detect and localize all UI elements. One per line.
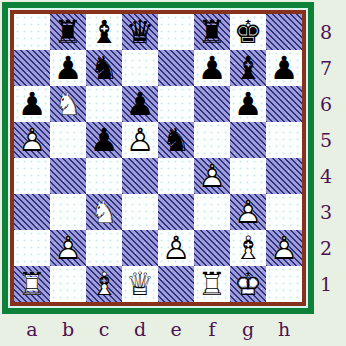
square-a3[interactable] — [14, 194, 50, 230]
chess-board: ♜♝♛♜♚♟♞♟♝♟♟♘♟♟♙♟♙♞♙♘♙♙♙♗♙♖♗♕♖♔ — [14, 14, 302, 302]
square-c1[interactable]: ♗ — [86, 266, 122, 302]
chess-diagram: ♜♝♛♜♚♟♞♟♝♟♟♘♟♟♙♟♙♞♙♘♙♙♙♗♙♖♗♕♖♔ 87654321 … — [0, 0, 346, 346]
square-d3[interactable] — [122, 194, 158, 230]
square-a5[interactable]: ♙ — [14, 122, 50, 158]
white-king-g1[interactable]: ♔ — [230, 266, 266, 302]
black-pawn-a6[interactable]: ♟ — [14, 86, 50, 122]
square-b1[interactable] — [50, 266, 86, 302]
square-h2[interactable]: ♙ — [266, 230, 302, 266]
square-c2[interactable] — [86, 230, 122, 266]
white-rook-a1[interactable]: ♖ — [14, 266, 50, 302]
square-c3[interactable]: ♘ — [86, 194, 122, 230]
square-h6[interactable] — [266, 86, 302, 122]
square-g3[interactable]: ♙ — [230, 194, 266, 230]
square-e6[interactable] — [158, 86, 194, 122]
rank-label-3: 3 — [312, 194, 340, 230]
rank-label-4: 4 — [312, 158, 340, 194]
square-d4[interactable] — [122, 158, 158, 194]
square-d1[interactable]: ♕ — [122, 266, 158, 302]
square-h7[interactable]: ♟ — [266, 50, 302, 86]
rank-label-1: 1 — [312, 266, 340, 302]
square-g5[interactable] — [230, 122, 266, 158]
square-b6[interactable]: ♘ — [50, 86, 86, 122]
maroon-board-border: ♜♝♛♜♚♟♞♟♝♟♟♘♟♟♙♟♙♞♙♘♙♙♙♗♙♖♗♕♖♔ — [10, 10, 306, 306]
square-f2[interactable] — [194, 230, 230, 266]
white-bishop-c1[interactable]: ♗ — [86, 266, 122, 302]
file-label-d: d — [122, 315, 158, 343]
inner-light-line: ♜♝♛♜♚♟♞♟♝♟♟♘♟♟♙♟♙♞♙♘♙♙♙♗♙♖♗♕♖♔ — [8, 8, 308, 308]
square-d6[interactable]: ♟ — [122, 86, 158, 122]
black-pawn-b7[interactable]: ♟ — [50, 50, 86, 86]
file-label-c: c — [86, 315, 122, 343]
square-f3[interactable] — [194, 194, 230, 230]
square-f6[interactable] — [194, 86, 230, 122]
square-f8[interactable]: ♜ — [194, 14, 230, 50]
black-rook-f8[interactable]: ♜ — [194, 14, 230, 50]
square-c8[interactable]: ♝ — [86, 14, 122, 50]
white-pawn-e2[interactable]: ♙ — [158, 230, 194, 266]
black-queen-d8[interactable]: ♛ — [122, 14, 158, 50]
square-g7[interactable]: ♝ — [230, 50, 266, 86]
file-label-f: f — [194, 315, 230, 343]
square-d2[interactable] — [122, 230, 158, 266]
square-e3[interactable] — [158, 194, 194, 230]
black-rook-b8[interactable]: ♜ — [50, 14, 86, 50]
outer-green-frame: ♜♝♛♜♚♟♞♟♝♟♟♘♟♟♙♟♙♞♙♘♙♙♙♗♙♖♗♕♖♔ — [2, 2, 314, 314]
square-h3[interactable] — [266, 194, 302, 230]
black-knight-c7[interactable]: ♞ — [86, 50, 122, 86]
white-pawn-h2[interactable]: ♙ — [266, 230, 302, 266]
file-labels: abcdefgh — [14, 315, 302, 343]
square-b4[interactable] — [50, 158, 86, 194]
square-d5[interactable]: ♙ — [122, 122, 158, 158]
square-g1[interactable]: ♔ — [230, 266, 266, 302]
square-a4[interactable] — [14, 158, 50, 194]
black-pawn-h7[interactable]: ♟ — [266, 50, 302, 86]
square-a2[interactable] — [14, 230, 50, 266]
square-b8[interactable]: ♜ — [50, 14, 86, 50]
square-g2[interactable]: ♗ — [230, 230, 266, 266]
square-h4[interactable] — [266, 158, 302, 194]
square-a6[interactable]: ♟ — [14, 86, 50, 122]
square-g8[interactable]: ♚ — [230, 14, 266, 50]
white-pawn-d5[interactable]: ♙ — [122, 122, 158, 158]
white-rook-f1[interactable]: ♖ — [194, 266, 230, 302]
square-h8[interactable] — [266, 14, 302, 50]
square-e7[interactable] — [158, 50, 194, 86]
black-pawn-g6[interactable]: ♟ — [230, 86, 266, 122]
square-b2[interactable]: ♙ — [50, 230, 86, 266]
white-pawn-f4[interactable]: ♙ — [194, 158, 230, 194]
square-a1[interactable]: ♖ — [14, 266, 50, 302]
white-pawn-a5[interactable]: ♙ — [14, 122, 50, 158]
file-label-b: b — [50, 315, 86, 343]
file-label-e: e — [158, 315, 194, 343]
white-knight-c3[interactable]: ♘ — [86, 194, 122, 230]
square-c6[interactable] — [86, 86, 122, 122]
square-h5[interactable] — [266, 122, 302, 158]
square-c5[interactable]: ♟ — [86, 122, 122, 158]
rank-label-5: 5 — [312, 122, 340, 158]
black-king-g8[interactable]: ♚ — [230, 14, 266, 50]
square-d8[interactable]: ♛ — [122, 14, 158, 50]
square-b3[interactable] — [50, 194, 86, 230]
square-g4[interactable] — [230, 158, 266, 194]
square-e2[interactable]: ♙ — [158, 230, 194, 266]
square-e5[interactable]: ♞ — [158, 122, 194, 158]
rank-label-2: 2 — [312, 230, 340, 266]
black-pawn-c5[interactable]: ♟ — [86, 122, 122, 158]
rank-labels: 87654321 — [312, 14, 340, 302]
square-f7[interactable]: ♟ — [194, 50, 230, 86]
black-bishop-c8[interactable]: ♝ — [86, 14, 122, 50]
file-label-a: a — [14, 315, 50, 343]
black-pawn-f7[interactable]: ♟ — [194, 50, 230, 86]
file-label-h: h — [266, 315, 302, 343]
square-e4[interactable] — [158, 158, 194, 194]
square-c4[interactable] — [86, 158, 122, 194]
square-f5[interactable] — [194, 122, 230, 158]
square-e8[interactable] — [158, 14, 194, 50]
rank-label-6: 6 — [312, 86, 340, 122]
square-a7[interactable] — [14, 50, 50, 86]
square-d7[interactable] — [122, 50, 158, 86]
square-b5[interactable] — [50, 122, 86, 158]
square-h1[interactable] — [266, 266, 302, 302]
rank-label-7: 7 — [312, 50, 340, 86]
square-c7[interactable]: ♞ — [86, 50, 122, 86]
black-knight-e5[interactable]: ♞ — [158, 122, 194, 158]
black-pawn-d6[interactable]: ♟ — [122, 86, 158, 122]
white-bishop-g2[interactable]: ♗ — [230, 230, 266, 266]
square-a8[interactable] — [14, 14, 50, 50]
square-e1[interactable] — [158, 266, 194, 302]
white-queen-d1[interactable]: ♕ — [122, 266, 158, 302]
square-f4[interactable]: ♙ — [194, 158, 230, 194]
square-b7[interactable]: ♟ — [50, 50, 86, 86]
white-pawn-b2[interactable]: ♙ — [50, 230, 86, 266]
black-bishop-g7[interactable]: ♝ — [230, 50, 266, 86]
white-knight-b6[interactable]: ♘ — [50, 86, 86, 122]
rank-label-8: 8 — [312, 14, 340, 50]
square-f1[interactable]: ♖ — [194, 266, 230, 302]
white-pawn-g3[interactable]: ♙ — [230, 194, 266, 230]
file-label-g: g — [230, 315, 266, 343]
square-g6[interactable]: ♟ — [230, 86, 266, 122]
